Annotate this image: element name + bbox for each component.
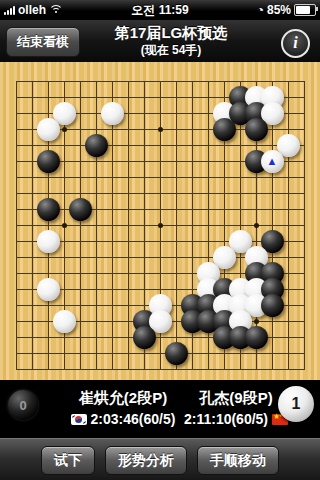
info-icon[interactable]: i: [281, 29, 310, 58]
white-player-name: 孔杰(9段P): [180, 387, 292, 409]
white-stone: [37, 230, 60, 253]
grid-line: [176, 81, 177, 370]
black-player-name: 崔烘允(2段P): [48, 387, 198, 409]
star-point: [62, 223, 67, 228]
black-stone: [245, 118, 268, 141]
black-stone: [165, 342, 188, 365]
black-stone: [37, 150, 60, 173]
status-bar: olleh 오전 11:59 ◔ 85%: [0, 0, 320, 20]
star-point: [62, 127, 67, 132]
black-stone: [85, 134, 108, 157]
grid-line: [288, 81, 289, 370]
bottom-toolbar: 试下 形势分析 手顺移动: [0, 438, 320, 480]
battery-icon: [294, 4, 316, 16]
signal-icon: [4, 6, 15, 15]
star-point: [158, 127, 163, 132]
white-stone: [37, 118, 60, 141]
black-stone: [261, 294, 284, 317]
white-stone: [37, 278, 60, 301]
app-screen: olleh 오전 11:59 ◔ 85% 结束看棋 第17届LG杯预选 (现在 …: [0, 0, 320, 480]
move-navigation-button[interactable]: 手顺移动: [197, 446, 279, 475]
grid-line: [16, 369, 305, 370]
nav-bar: 结束看棋 第17届LG杯预选 (现在 54手) i: [0, 20, 320, 63]
try-move-button[interactable]: 试下: [41, 446, 95, 475]
black-stone: [69, 198, 92, 221]
black-player-panel: 崔烘允(2段P) 2:03:46(60/5): [48, 387, 198, 429]
white-stone: [53, 310, 76, 333]
black-stone: [37, 198, 60, 221]
white-captures-badge: 1: [278, 386, 314, 422]
white-player-clock: 2:11:10(60/5): [184, 409, 268, 429]
battery-percent-label: 85%: [267, 3, 291, 17]
white-player-panel: 孔杰(9段P) 2:11:10(60/5) ★★: [180, 387, 292, 429]
move-number-label: (现在 54手): [70, 43, 272, 58]
alarm-clock-icon: ◔: [257, 3, 264, 17]
black-stone: [245, 326, 268, 349]
white-stone: [101, 102, 124, 125]
last-move-triangle-marker: ▲: [261, 150, 284, 173]
go-board[interactable]: ▲: [0, 62, 320, 380]
star-point: [158, 223, 163, 228]
black-stone: [213, 118, 236, 141]
position-analysis-button[interactable]: 形势分析: [105, 446, 187, 475]
wifi-icon: [49, 5, 62, 15]
player-bar: 0 崔烘允(2段P) 2:03:46(60/5) 孔杰(9段P) 2:11:10…: [0, 380, 320, 438]
grid-line: [304, 81, 305, 370]
carrier-label: olleh: [18, 3, 46, 17]
star-point: [254, 223, 259, 228]
black-captures-badge: 0: [8, 390, 38, 420]
black-player-clock: 2:03:46(60/5): [91, 409, 176, 429]
black-stone: [133, 326, 156, 349]
game-title: 第17届LG杯预选: [70, 23, 272, 43]
star-point: [254, 319, 259, 324]
grid-line: [16, 353, 305, 354]
nav-titles: 第17届LG杯预选 (现在 54手): [70, 23, 272, 58]
end-watching-button[interactable]: 结束看棋: [6, 27, 80, 57]
korea-flag-icon: [71, 414, 87, 425]
